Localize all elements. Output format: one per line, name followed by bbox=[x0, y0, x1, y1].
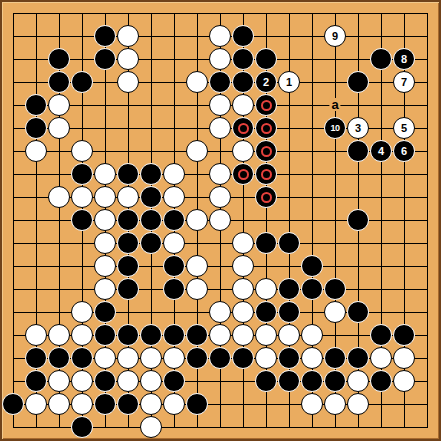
white-stone bbox=[209, 324, 231, 346]
black-stone bbox=[117, 209, 139, 231]
black-stone bbox=[255, 232, 277, 254]
white-stone bbox=[48, 94, 70, 116]
black-stone bbox=[140, 232, 162, 254]
black-stone bbox=[255, 301, 277, 323]
point-label-a: a bbox=[329, 98, 340, 111]
black-stone bbox=[117, 163, 139, 185]
circle-mark-icon bbox=[261, 192, 272, 203]
white-stone bbox=[48, 186, 70, 208]
black-stone bbox=[140, 186, 162, 208]
black-stone bbox=[186, 393, 208, 415]
move-number: 7 bbox=[401, 77, 407, 88]
white-stone bbox=[255, 347, 277, 369]
white-stone bbox=[209, 301, 231, 323]
black-stone bbox=[209, 71, 231, 93]
black-stone bbox=[48, 71, 70, 93]
black-stone: 6 bbox=[393, 140, 415, 162]
white-stone bbox=[163, 393, 185, 415]
black-stone bbox=[163, 278, 185, 300]
black-stone bbox=[301, 370, 323, 392]
black-stone bbox=[94, 370, 116, 392]
black-stone bbox=[301, 255, 323, 277]
black-stone bbox=[370, 370, 392, 392]
white-stone bbox=[209, 186, 231, 208]
black-stone bbox=[232, 25, 254, 47]
black-stone bbox=[255, 163, 277, 185]
black-stone bbox=[278, 232, 300, 254]
white-stone bbox=[209, 25, 231, 47]
circle-mark-icon bbox=[261, 146, 272, 157]
white-stone: 3 bbox=[347, 117, 369, 139]
move-number: 8 bbox=[401, 54, 407, 65]
white-stone bbox=[232, 278, 254, 300]
black-stone: 8 bbox=[393, 48, 415, 70]
white-stone bbox=[301, 347, 323, 369]
black-stone bbox=[370, 48, 392, 70]
white-stone: 5 bbox=[393, 117, 415, 139]
black-stone bbox=[393, 324, 415, 346]
white-stone bbox=[48, 324, 70, 346]
white-stone bbox=[25, 140, 47, 162]
black-stone bbox=[71, 347, 93, 369]
black-stone: 2 bbox=[255, 71, 277, 93]
white-stone bbox=[232, 94, 254, 116]
white-stone bbox=[117, 186, 139, 208]
move-number: 4 bbox=[378, 146, 384, 157]
white-stone bbox=[117, 48, 139, 70]
black-stone bbox=[232, 347, 254, 369]
white-stone bbox=[186, 71, 208, 93]
black-stone bbox=[163, 370, 185, 392]
black-stone bbox=[255, 140, 277, 162]
white-stone bbox=[186, 278, 208, 300]
white-stone bbox=[186, 140, 208, 162]
white-stone bbox=[117, 25, 139, 47]
white-stone bbox=[186, 255, 208, 277]
white-stone bbox=[232, 140, 254, 162]
white-stone bbox=[209, 163, 231, 185]
black-stone bbox=[347, 209, 369, 231]
black-stone bbox=[255, 94, 277, 116]
black-stone bbox=[347, 140, 369, 162]
circle-mark-icon bbox=[261, 123, 272, 134]
black-stone bbox=[347, 301, 369, 323]
white-stone bbox=[94, 209, 116, 231]
white-stone bbox=[94, 163, 116, 185]
white-stone bbox=[209, 48, 231, 70]
black-stone bbox=[48, 347, 70, 369]
white-stone bbox=[71, 140, 93, 162]
black-stone bbox=[278, 301, 300, 323]
white-stone bbox=[117, 370, 139, 392]
black-stone bbox=[347, 347, 369, 369]
black-stone bbox=[48, 48, 70, 70]
black-stone bbox=[163, 255, 185, 277]
black-stone bbox=[117, 255, 139, 277]
black-stone bbox=[232, 117, 254, 139]
black-stone bbox=[232, 71, 254, 93]
black-stone bbox=[163, 324, 185, 346]
white-stone bbox=[163, 186, 185, 208]
white-stone: 9 bbox=[324, 25, 346, 47]
black-stone bbox=[117, 232, 139, 254]
black-stone bbox=[71, 209, 93, 231]
white-stone bbox=[140, 347, 162, 369]
white-stone bbox=[71, 301, 93, 323]
black-stone bbox=[25, 117, 47, 139]
circle-mark-icon bbox=[261, 100, 272, 111]
white-stone bbox=[301, 324, 323, 346]
white-stone bbox=[94, 347, 116, 369]
black-stone bbox=[140, 324, 162, 346]
black-stone bbox=[255, 370, 277, 392]
black-stone bbox=[25, 370, 47, 392]
black-stone bbox=[2, 393, 24, 415]
black-stone bbox=[278, 278, 300, 300]
white-stone bbox=[163, 347, 185, 369]
white-stone bbox=[324, 393, 346, 415]
circle-mark-icon bbox=[238, 169, 249, 180]
white-stone bbox=[71, 186, 93, 208]
black-stone bbox=[117, 324, 139, 346]
white-stone bbox=[347, 370, 369, 392]
white-stone: 7 bbox=[393, 71, 415, 93]
black-stone bbox=[255, 186, 277, 208]
white-stone bbox=[94, 186, 116, 208]
white-stone bbox=[255, 278, 277, 300]
white-stone bbox=[393, 347, 415, 369]
white-stone bbox=[71, 393, 93, 415]
black-stone bbox=[71, 416, 93, 438]
black-stone bbox=[25, 94, 47, 116]
white-stone bbox=[232, 301, 254, 323]
black-stone: 10 bbox=[324, 117, 346, 139]
white-stone bbox=[232, 324, 254, 346]
white-stone bbox=[48, 370, 70, 392]
black-stone bbox=[140, 163, 162, 185]
go-board: 98217103546a bbox=[0, 0, 441, 441]
black-stone bbox=[94, 25, 116, 47]
black-stone bbox=[301, 278, 323, 300]
circle-mark-icon bbox=[238, 123, 249, 134]
white-stone bbox=[209, 209, 231, 231]
white-stone bbox=[255, 324, 277, 346]
white-stone bbox=[301, 393, 323, 415]
move-number: 6 bbox=[401, 146, 407, 157]
black-stone bbox=[186, 324, 208, 346]
move-number: 2 bbox=[263, 77, 269, 88]
black-stone bbox=[232, 48, 254, 70]
white-stone bbox=[117, 347, 139, 369]
white-stone: 1 bbox=[278, 71, 300, 93]
black-stone bbox=[255, 117, 277, 139]
black-stone: 4 bbox=[370, 140, 392, 162]
black-stone bbox=[117, 278, 139, 300]
white-stone bbox=[48, 117, 70, 139]
white-stone bbox=[94, 278, 116, 300]
black-stone bbox=[71, 163, 93, 185]
black-stone bbox=[347, 71, 369, 93]
black-stone bbox=[94, 301, 116, 323]
white-stone bbox=[393, 370, 415, 392]
white-stone bbox=[140, 370, 162, 392]
black-stone bbox=[278, 370, 300, 392]
white-stone bbox=[25, 393, 47, 415]
white-stone bbox=[232, 232, 254, 254]
white-stone bbox=[209, 117, 231, 139]
black-stone bbox=[324, 347, 346, 369]
black-stone bbox=[163, 209, 185, 231]
white-stone bbox=[48, 393, 70, 415]
white-stone bbox=[370, 347, 392, 369]
white-stone bbox=[347, 393, 369, 415]
white-stone bbox=[186, 209, 208, 231]
move-number: 1 bbox=[286, 77, 292, 88]
black-stone bbox=[209, 347, 231, 369]
white-stone bbox=[94, 232, 116, 254]
move-number: 5 bbox=[401, 123, 407, 134]
black-stone bbox=[94, 324, 116, 346]
move-number: 3 bbox=[355, 123, 361, 134]
black-stone bbox=[232, 163, 254, 185]
black-stone bbox=[140, 209, 162, 231]
black-stone bbox=[25, 347, 47, 369]
circle-mark-icon bbox=[261, 169, 272, 180]
black-stone bbox=[255, 48, 277, 70]
move-number: 9 bbox=[332, 31, 338, 42]
white-stone bbox=[25, 324, 47, 346]
white-stone bbox=[209, 94, 231, 116]
white-stone bbox=[94, 255, 116, 277]
black-stone bbox=[117, 393, 139, 415]
white-stone bbox=[163, 163, 185, 185]
white-stone bbox=[71, 370, 93, 392]
white-stone bbox=[232, 255, 254, 277]
white-stone bbox=[163, 232, 185, 254]
black-stone bbox=[94, 48, 116, 70]
black-stone bbox=[71, 71, 93, 93]
white-stone bbox=[140, 416, 162, 438]
black-stone bbox=[186, 347, 208, 369]
white-stone bbox=[278, 324, 300, 346]
move-number: 10 bbox=[330, 124, 339, 133]
white-stone bbox=[324, 301, 346, 323]
black-stone bbox=[324, 278, 346, 300]
white-stone bbox=[71, 324, 93, 346]
black-stone bbox=[278, 347, 300, 369]
white-stone bbox=[117, 71, 139, 93]
black-stone bbox=[370, 324, 392, 346]
black-stone bbox=[94, 393, 116, 415]
white-stone bbox=[140, 393, 162, 415]
black-stone bbox=[324, 370, 346, 392]
